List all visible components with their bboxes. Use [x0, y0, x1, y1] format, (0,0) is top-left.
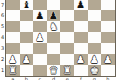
- square-a3[interactable]: [6, 43, 20, 54]
- file-label: e: [60, 77, 74, 80]
- square-b7[interactable]: ♝: [20, 0, 34, 10]
- square-f2[interactable]: ♟: [74, 54, 88, 65]
- white-king: ♚: [88, 65, 102, 76]
- square-g4[interactable]: [88, 32, 102, 43]
- square-g5[interactable]: [88, 21, 102, 32]
- white-rook: ♜: [60, 65, 74, 76]
- square-f3[interactable]: [74, 43, 88, 54]
- square-a5[interactable]: [6, 21, 20, 32]
- square-b4[interactable]: [20, 32, 34, 43]
- square-c2[interactable]: [33, 54, 47, 65]
- white-pawn: ♟: [74, 54, 88, 65]
- square-e7[interactable]: [60, 0, 74, 10]
- file-labels: abcdefgh: [6, 77, 120, 80]
- square-d3[interactable]: [47, 43, 61, 54]
- square-d5[interactable]: ♞: [47, 21, 61, 32]
- square-d2[interactable]: [47, 54, 61, 65]
- square-e1[interactable]: ♜: [60, 65, 74, 76]
- board-area: 7654321 ♝♟♟♟♞♟♟♟♟♟♟♜♛♜♚: [0, 0, 120, 77]
- square-e3[interactable]: [60, 43, 74, 54]
- square-d6[interactable]: ♟: [47, 10, 61, 21]
- square-f7[interactable]: ♟: [74, 0, 88, 10]
- white-pawn: ♟: [101, 54, 115, 65]
- black-pawn: ♟: [33, 10, 47, 21]
- square-g7[interactable]: [88, 0, 102, 10]
- square-h7[interactable]: [101, 0, 115, 10]
- white-knight: ♞: [47, 21, 61, 32]
- square-d1[interactable]: ♛: [47, 65, 61, 76]
- square-a4[interactable]: [6, 32, 20, 43]
- square-b2[interactable]: ♟: [20, 54, 34, 65]
- square-g3[interactable]: [88, 43, 102, 54]
- white-pawn: ♟: [33, 32, 47, 43]
- square-b3[interactable]: [20, 43, 34, 54]
- square-f1[interactable]: [74, 65, 88, 76]
- square-f6[interactable]: [74, 10, 88, 21]
- chess-board: ♝♟♟♟♞♟♟♟♟♟♟♜♛♜♚: [5, 0, 116, 77]
- square-g2[interactable]: ♟: [88, 54, 102, 65]
- black-bishop: ♝: [20, 0, 34, 10]
- square-h4[interactable]: [101, 32, 115, 43]
- square-d4[interactable]: [47, 32, 61, 43]
- white-queen: ♛: [47, 65, 61, 76]
- white-pawn: ♟: [6, 54, 20, 65]
- square-b1[interactable]: [20, 65, 34, 76]
- square-f4[interactable]: [74, 32, 88, 43]
- square-b6[interactable]: [20, 10, 34, 21]
- square-a2[interactable]: ♟: [6, 54, 20, 65]
- square-e6[interactable]: [60, 10, 74, 21]
- chess-diagram: 7654321 ♝♟♟♟♞♟♟♟♟♟♟♜♛♜♚ abcdefgh: [0, 0, 120, 80]
- square-f5[interactable]: [74, 21, 88, 32]
- square-e2[interactable]: [60, 54, 74, 65]
- square-h3[interactable]: [101, 43, 115, 54]
- square-e5[interactable]: [60, 21, 74, 32]
- white-pawn: ♟: [20, 54, 34, 65]
- square-c1[interactable]: [33, 65, 47, 76]
- white-pawn: ♟: [88, 54, 102, 65]
- square-a6[interactable]: [6, 10, 20, 21]
- file-label: h: [101, 77, 115, 80]
- square-g6[interactable]: [88, 10, 102, 21]
- square-c7[interactable]: [33, 0, 47, 10]
- file-label: a: [6, 77, 20, 80]
- square-c5[interactable]: [33, 21, 47, 32]
- square-h5[interactable]: [101, 21, 115, 32]
- square-c3[interactable]: [33, 43, 47, 54]
- white-rook: ♜: [6, 65, 20, 76]
- square-a7[interactable]: [6, 0, 20, 10]
- file-label: d: [47, 77, 61, 80]
- file-label: g: [88, 77, 102, 80]
- square-c6[interactable]: ♟: [33, 10, 47, 21]
- square-c4[interactable]: ♟: [33, 32, 47, 43]
- file-label: c: [33, 77, 47, 80]
- black-pawn: ♟: [74, 0, 88, 10]
- square-h1[interactable]: [101, 65, 115, 76]
- square-e4[interactable]: [60, 32, 74, 43]
- black-pawn: ♟: [47, 10, 61, 21]
- file-label: b: [20, 77, 34, 80]
- file-label: f: [74, 77, 88, 80]
- square-b5[interactable]: [20, 21, 34, 32]
- square-d7[interactable]: [47, 0, 61, 10]
- square-h2[interactable]: ♟: [101, 54, 115, 65]
- square-g1[interactable]: ♚: [88, 65, 102, 76]
- square-a1[interactable]: ♜: [6, 65, 20, 76]
- square-h6[interactable]: [101, 10, 115, 21]
